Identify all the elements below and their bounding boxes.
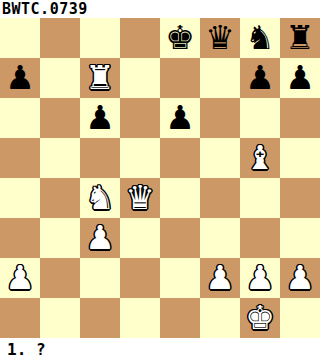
square-b8[interactable] [40,18,80,58]
square-c3[interactable]: ♟ [80,218,120,258]
square-g3[interactable] [240,218,280,258]
square-f4[interactable] [200,178,240,218]
square-e5[interactable] [160,138,200,178]
square-a2[interactable]: ♟ [0,258,40,298]
black-pawn-c6[interactable]: ♟ [80,98,120,138]
square-e4[interactable] [160,178,200,218]
white-bishop-g5[interactable]: ♝ [240,138,280,178]
square-d8[interactable] [120,18,160,58]
white-pawn-g2[interactable]: ♟ [240,258,280,298]
square-h7[interactable]: ♟ [280,58,320,98]
square-a1[interactable] [0,298,40,338]
square-c6[interactable]: ♟ [80,98,120,138]
square-h2[interactable]: ♟ [280,258,320,298]
square-h4[interactable] [280,178,320,218]
square-d2[interactable] [120,258,160,298]
square-a6[interactable] [0,98,40,138]
square-b4[interactable] [40,178,80,218]
square-f3[interactable] [200,218,240,258]
square-g8[interactable]: ♞ [240,18,280,58]
square-e2[interactable] [160,258,200,298]
black-queen-f8[interactable]: ♛ [200,18,240,58]
square-b5[interactable] [40,138,80,178]
square-g2[interactable]: ♟ [240,258,280,298]
square-b2[interactable] [40,258,80,298]
square-d7[interactable] [120,58,160,98]
white-pawn-c3[interactable]: ♟ [80,218,120,258]
square-g1[interactable]: ♚ [240,298,280,338]
square-g5[interactable]: ♝ [240,138,280,178]
square-h6[interactable] [280,98,320,138]
square-c4[interactable]: ♞ [80,178,120,218]
square-f2[interactable]: ♟ [200,258,240,298]
square-a5[interactable] [0,138,40,178]
square-b7[interactable] [40,58,80,98]
puzzle-header: BWTC.0739 [0,0,320,18]
square-d4[interactable]: ♛ [120,178,160,218]
black-rook-h8[interactable]: ♜ [280,18,320,58]
square-h1[interactable] [280,298,320,338]
square-a3[interactable] [0,218,40,258]
square-c2[interactable] [80,258,120,298]
chess-board: ♚♛♞♜♟♜♟♟♟♟♝♞♛♟♟♟♟♟♚ [0,18,320,338]
square-a4[interactable] [0,178,40,218]
square-c5[interactable] [80,138,120,178]
white-pawn-a2[interactable]: ♟ [0,258,40,298]
white-pawn-h2[interactable]: ♟ [280,258,320,298]
white-pawn-f2[interactable]: ♟ [200,258,240,298]
square-f6[interactable] [200,98,240,138]
square-b1[interactable] [40,298,80,338]
square-g6[interactable] [240,98,280,138]
square-b3[interactable] [40,218,80,258]
black-pawn-a7[interactable]: ♟ [0,58,40,98]
black-pawn-e6[interactable]: ♟ [160,98,200,138]
square-d3[interactable] [120,218,160,258]
square-e7[interactable] [160,58,200,98]
square-e3[interactable] [160,218,200,258]
square-b6[interactable] [40,98,80,138]
black-pawn-g7[interactable]: ♟ [240,58,280,98]
square-a7[interactable]: ♟ [0,58,40,98]
square-h8[interactable]: ♜ [280,18,320,58]
move-prompt: 1. ? [7,340,46,359]
square-e6[interactable]: ♟ [160,98,200,138]
square-h5[interactable] [280,138,320,178]
square-f7[interactable] [200,58,240,98]
white-king-g1[interactable]: ♚ [240,298,280,338]
square-f5[interactable] [200,138,240,178]
square-f1[interactable] [200,298,240,338]
square-e8[interactable]: ♚ [160,18,200,58]
square-h3[interactable] [280,218,320,258]
square-f8[interactable]: ♛ [200,18,240,58]
square-g7[interactable]: ♟ [240,58,280,98]
square-g4[interactable] [240,178,280,218]
black-king-e8[interactable]: ♚ [160,18,200,58]
square-c8[interactable] [80,18,120,58]
square-e1[interactable] [160,298,200,338]
square-c7[interactable]: ♜ [80,58,120,98]
square-d5[interactable] [120,138,160,178]
white-rook-c7[interactable]: ♜ [80,58,120,98]
square-c1[interactable] [80,298,120,338]
white-queen-d4[interactable]: ♛ [120,178,160,218]
black-pawn-h7[interactable]: ♟ [280,58,320,98]
move-prompt-bar: 1. ? [0,338,320,360]
puzzle-id: BWTC.0739 [2,0,88,18]
black-knight-g8[interactable]: ♞ [240,18,280,58]
square-d6[interactable] [120,98,160,138]
square-d1[interactable] [120,298,160,338]
square-a8[interactable] [0,18,40,58]
white-knight-c4[interactable]: ♞ [80,178,120,218]
